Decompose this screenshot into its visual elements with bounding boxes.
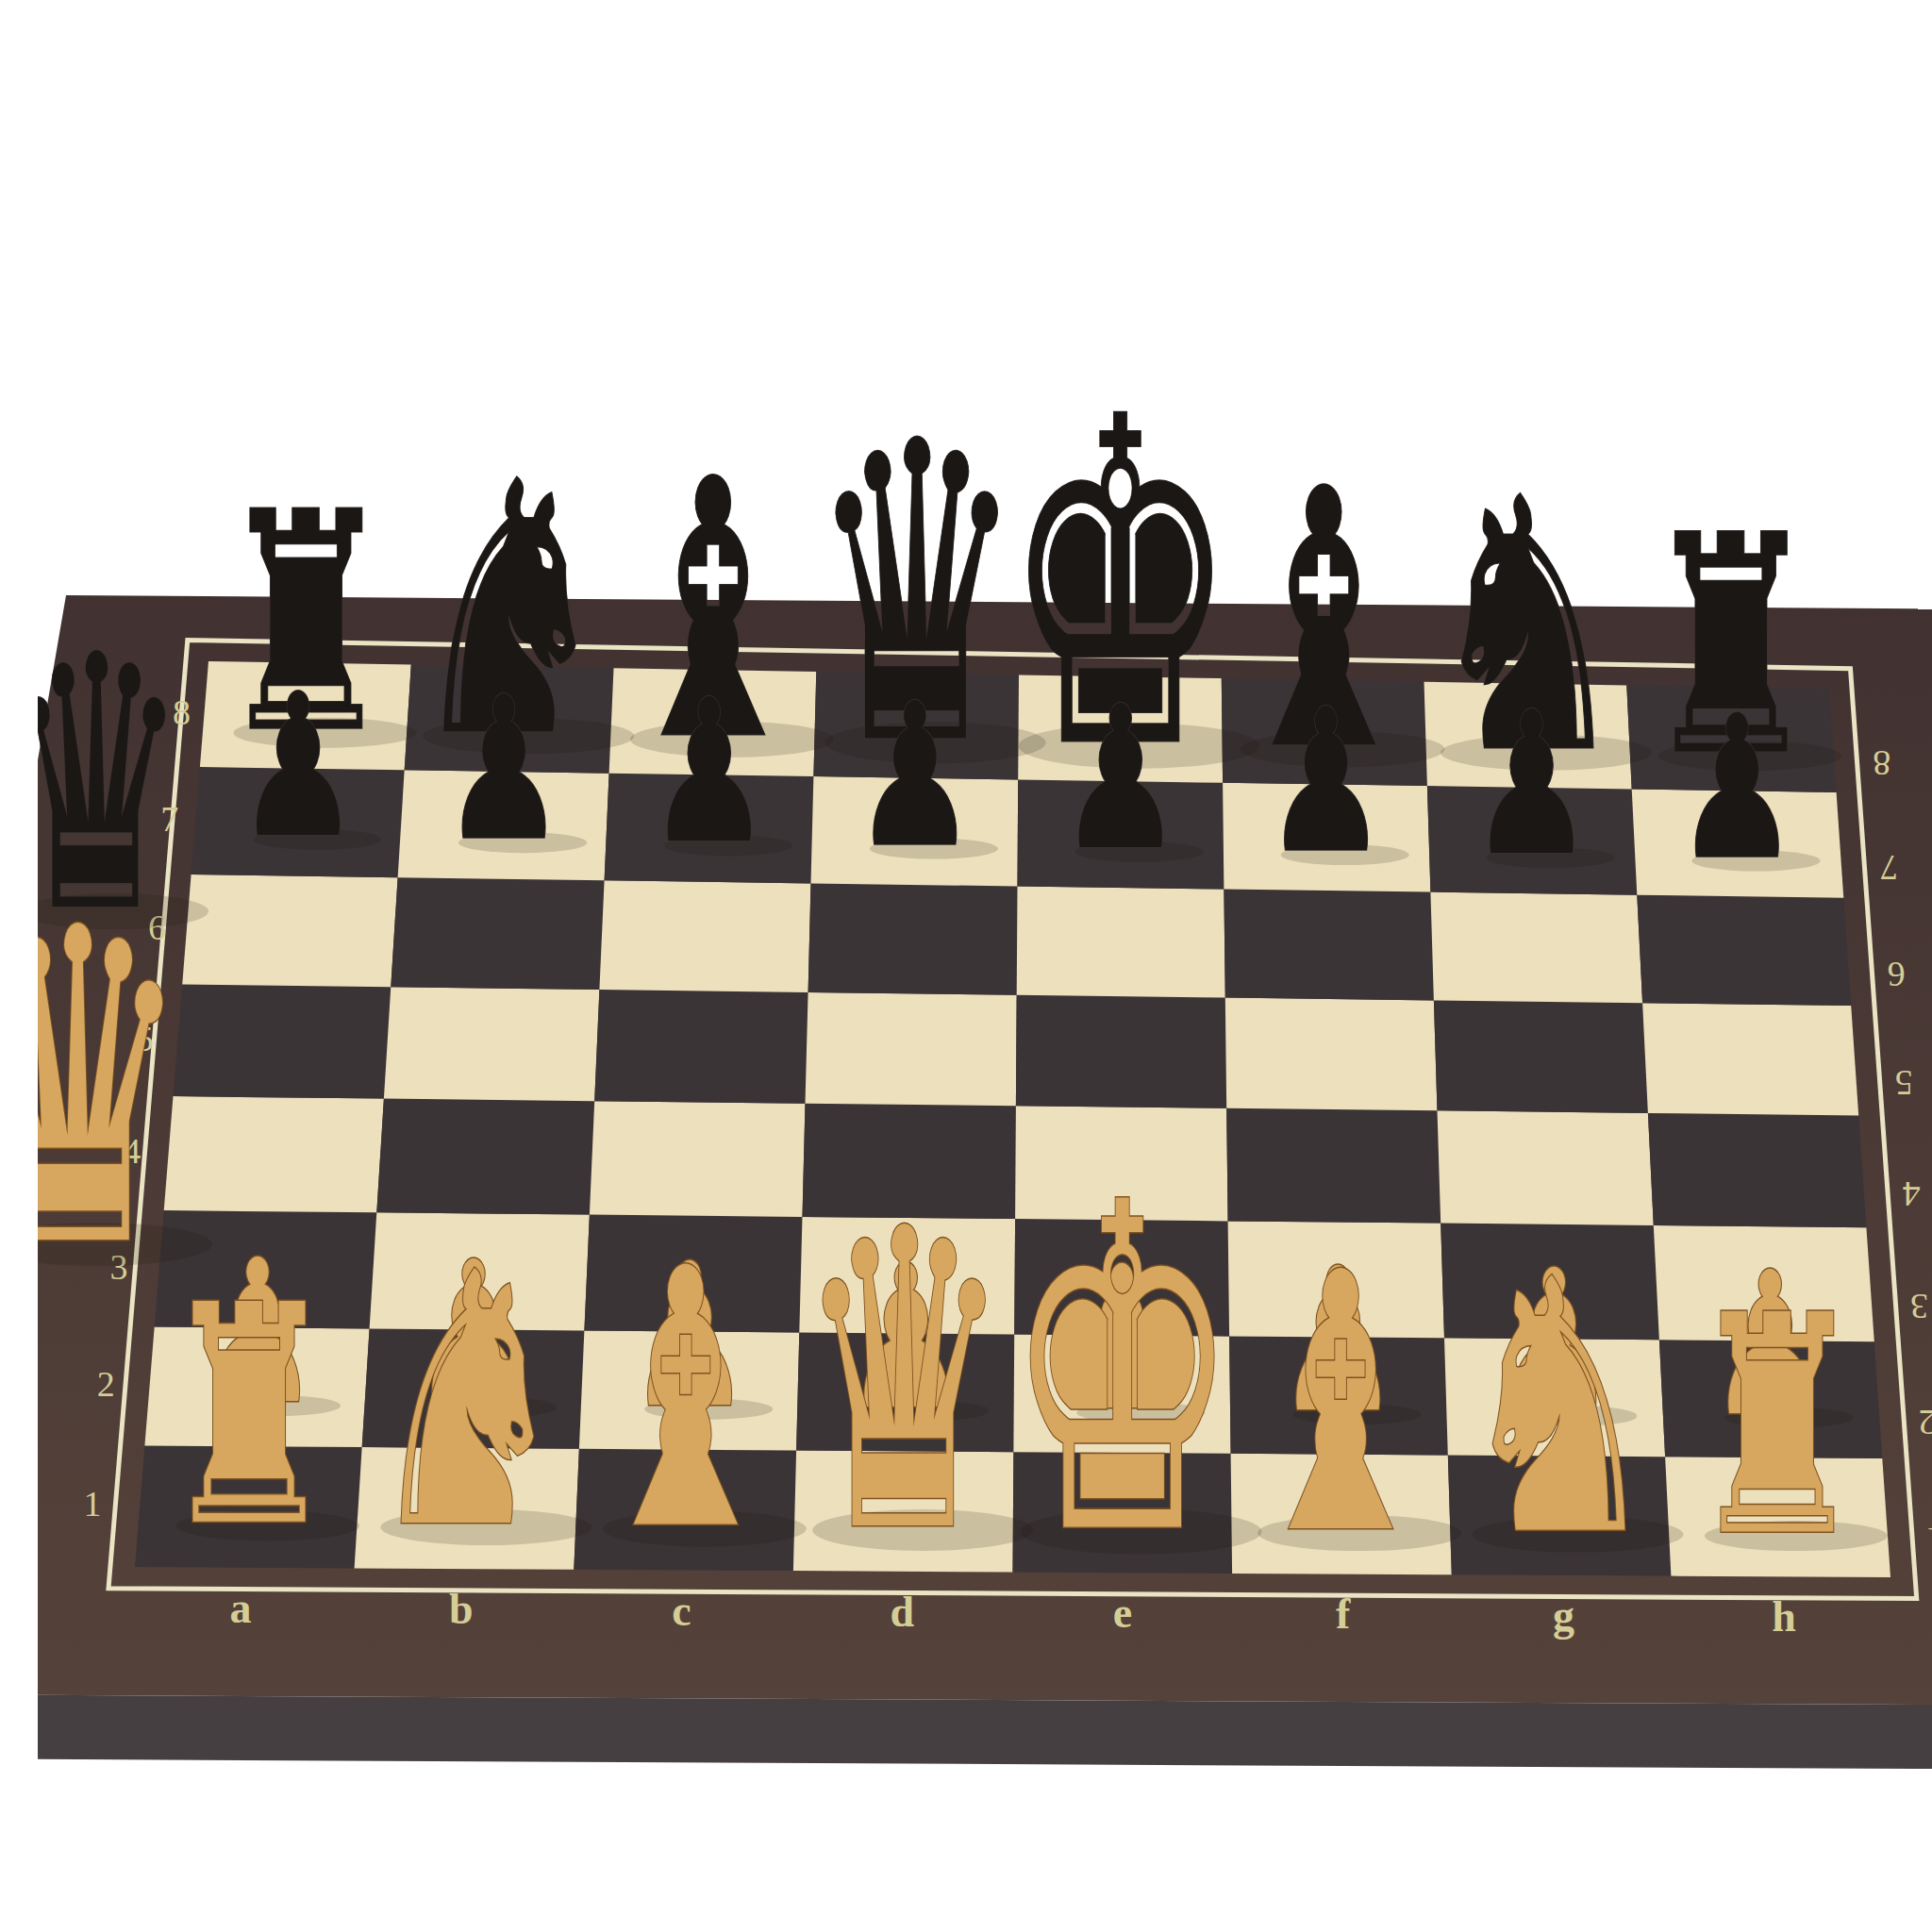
square-h5[interactable] xyxy=(1642,1003,1858,1115)
chess-board: 1122334455667788abcdefgh♜♞♝♛♚♝♞♜♟♟♟♟♟♟♟♟… xyxy=(38,15,1932,1932)
piece-white-bishop-c1[interactable]: ♝ xyxy=(587,1193,785,1608)
piece-black-pawn-d7[interactable]: ♟ xyxy=(853,660,977,891)
square-d6[interactable] xyxy=(808,883,1018,994)
piece-black-pawn-b7[interactable]: ♟ xyxy=(441,655,566,885)
square-c6[interactable] xyxy=(599,880,810,992)
rank-label-left-2: 2 xyxy=(97,1364,115,1404)
chessboard-photo: 1122334455667788abcdefgh♜♞♝♛♚♝♞♜♟♟♟♟♟♟♟♟… xyxy=(38,15,1932,1932)
rank-label-right-7: 7 xyxy=(1880,848,1898,888)
square-h6[interactable] xyxy=(1637,895,1851,1006)
square-f5[interactable] xyxy=(1225,998,1438,1111)
square-e6[interactable] xyxy=(1017,887,1225,998)
piece-white-king-e1[interactable]: ♚ xyxy=(1005,1108,1240,1634)
piece-white-knight-g1[interactable]: ♞ xyxy=(1456,1206,1662,1612)
piece-black-pawn-a7[interactable]: ♟ xyxy=(236,651,360,881)
piece-black-pawn-g7[interactable]: ♟ xyxy=(1470,670,1594,900)
rank-label-right-4: 4 xyxy=(1903,1174,1921,1214)
rank-label-right-8: 8 xyxy=(1873,743,1890,783)
rank-label-left-1: 1 xyxy=(84,1484,102,1524)
rank-label-right-5: 5 xyxy=(1895,1063,1913,1103)
piece-black-pawn-e7[interactable]: ♟ xyxy=(1058,663,1183,893)
piece-white-knight-b1[interactable]: ♞ xyxy=(364,1199,571,1606)
board-side-face xyxy=(38,1694,1932,1770)
square-a5[interactable] xyxy=(174,984,391,1098)
square-b6[interactable] xyxy=(391,877,604,990)
piece-white-bishop-f1[interactable]: ♝ xyxy=(1241,1197,1440,1612)
piece-black-pawn-f7[interactable]: ♟ xyxy=(1264,666,1389,896)
piece-white-queen-d1[interactable]: ♛ xyxy=(796,1142,1011,1623)
rank-label-right-2: 2 xyxy=(1919,1403,1932,1442)
rank-label-right-3: 3 xyxy=(1910,1287,1928,1326)
square-b5[interactable] xyxy=(384,987,600,1101)
square-a6[interactable] xyxy=(182,874,397,987)
square-b4[interactable] xyxy=(376,1099,594,1215)
rank-label-right-6: 6 xyxy=(1888,955,1906,994)
piece-white-rook-a1[interactable]: ♜ xyxy=(159,1241,338,1592)
square-h4[interactable] xyxy=(1648,1113,1867,1227)
rank-label-right-1: 1 xyxy=(1926,1521,1932,1560)
piece-black-pawn-c7[interactable]: ♟ xyxy=(647,658,772,888)
square-g5[interactable] xyxy=(1434,1000,1648,1113)
square-f6[interactable] xyxy=(1224,890,1434,1001)
square-a4[interactable] xyxy=(164,1096,384,1212)
square-d5[interactable] xyxy=(806,992,1017,1106)
piece-black-pawn-h7[interactable]: ♟ xyxy=(1675,673,1800,903)
square-e5[interactable] xyxy=(1016,995,1226,1108)
square-g6[interactable] xyxy=(1430,892,1642,1004)
piece-white-rook-h1[interactable]: ♜ xyxy=(1688,1251,1866,1603)
square-c5[interactable] xyxy=(594,990,808,1104)
